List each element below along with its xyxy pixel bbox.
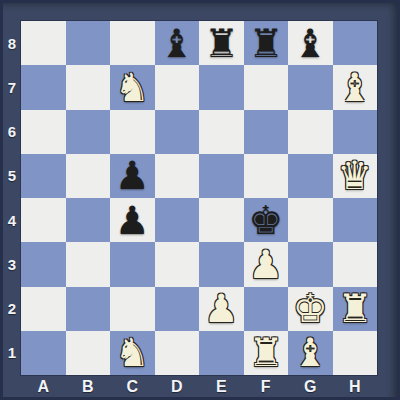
square-h5[interactable]: ♛ bbox=[333, 154, 378, 198]
square-a1[interactable] bbox=[21, 331, 66, 375]
square-f6[interactable] bbox=[244, 110, 289, 154]
square-h6[interactable] bbox=[333, 110, 378, 154]
rank-label-1: 1 bbox=[3, 331, 21, 375]
square-f4[interactable]: ♚ bbox=[244, 198, 289, 242]
rank-label-2: 2 bbox=[3, 287, 21, 331]
square-c6[interactable] bbox=[110, 110, 155, 154]
square-g7[interactable] bbox=[288, 65, 333, 109]
rank-labels: 87654321 bbox=[3, 21, 21, 375]
square-h1[interactable] bbox=[333, 331, 378, 375]
square-b5[interactable] bbox=[66, 154, 111, 198]
file-label-e: E bbox=[199, 375, 244, 398]
rank-label-5: 5 bbox=[3, 154, 21, 198]
square-a8[interactable] bbox=[21, 21, 66, 65]
piece-black-pawn[interactable]: ♟ bbox=[115, 201, 150, 240]
square-d4[interactable] bbox=[155, 198, 200, 242]
file-label-b: B bbox=[66, 375, 111, 398]
square-e3[interactable] bbox=[199, 242, 244, 286]
square-b1[interactable] bbox=[66, 331, 111, 375]
square-a5[interactable] bbox=[21, 154, 66, 198]
square-b4[interactable] bbox=[66, 198, 111, 242]
piece-black-bishop[interactable]: ♝ bbox=[293, 24, 328, 63]
square-f1[interactable]: ♜ bbox=[244, 331, 289, 375]
file-label-a: A bbox=[21, 375, 66, 398]
square-c5[interactable]: ♟ bbox=[110, 154, 155, 198]
square-g2[interactable]: ♚ bbox=[288, 287, 333, 331]
square-e2[interactable]: ♟ bbox=[199, 287, 244, 331]
piece-black-pawn[interactable]: ♟ bbox=[115, 156, 150, 195]
square-f5[interactable] bbox=[244, 154, 289, 198]
file-label-h: H bbox=[333, 375, 378, 398]
piece-white-bishop[interactable]: ♝ bbox=[337, 68, 372, 107]
square-b6[interactable] bbox=[66, 110, 111, 154]
square-a3[interactable] bbox=[21, 242, 66, 286]
square-g6[interactable] bbox=[288, 110, 333, 154]
rank-label-8: 8 bbox=[3, 21, 21, 65]
square-h4[interactable] bbox=[333, 198, 378, 242]
square-d2[interactable] bbox=[155, 287, 200, 331]
square-c1[interactable]: ♞ bbox=[110, 331, 155, 375]
square-a6[interactable] bbox=[21, 110, 66, 154]
piece-white-pawn[interactable]: ♟ bbox=[204, 289, 239, 328]
square-g8[interactable]: ♝ bbox=[288, 21, 333, 65]
square-d1[interactable] bbox=[155, 331, 200, 375]
piece-black-rook[interactable]: ♜ bbox=[204, 24, 239, 63]
square-h2[interactable]: ♜ bbox=[333, 287, 378, 331]
square-g5[interactable] bbox=[288, 154, 333, 198]
square-c7[interactable]: ♞ bbox=[110, 65, 155, 109]
square-c8[interactable] bbox=[110, 21, 155, 65]
square-b8[interactable] bbox=[66, 21, 111, 65]
square-a4[interactable] bbox=[21, 198, 66, 242]
piece-white-rook[interactable]: ♜ bbox=[248, 333, 283, 372]
square-e7[interactable] bbox=[199, 65, 244, 109]
piece-white-pawn[interactable]: ♟ bbox=[248, 245, 283, 284]
square-h7[interactable]: ♝ bbox=[333, 65, 378, 109]
square-c2[interactable] bbox=[110, 287, 155, 331]
square-d8[interactable]: ♝ bbox=[155, 21, 200, 65]
chess-board-frame: 87654321 ♝♜♜♝♞♝♟♛♟♚♟♟♚♜♞♜♝ ABCDEFGH bbox=[0, 0, 400, 400]
piece-white-queen[interactable]: ♛ bbox=[337, 156, 372, 195]
piece-black-bishop[interactable]: ♝ bbox=[159, 24, 194, 63]
piece-white-knight[interactable]: ♞ bbox=[115, 68, 150, 107]
square-d5[interactable] bbox=[155, 154, 200, 198]
square-a7[interactable] bbox=[21, 65, 66, 109]
square-b3[interactable] bbox=[66, 242, 111, 286]
rank-label-4: 4 bbox=[3, 198, 21, 242]
square-d6[interactable] bbox=[155, 110, 200, 154]
square-f7[interactable] bbox=[244, 65, 289, 109]
square-h8[interactable] bbox=[333, 21, 378, 65]
piece-white-knight[interactable]: ♞ bbox=[115, 333, 150, 372]
square-g1[interactable]: ♝ bbox=[288, 331, 333, 375]
rank-label-7: 7 bbox=[3, 65, 21, 109]
piece-white-king[interactable]: ♚ bbox=[293, 289, 328, 328]
square-f8[interactable]: ♜ bbox=[244, 21, 289, 65]
square-f2[interactable] bbox=[244, 287, 289, 331]
rank-label-3: 3 bbox=[3, 242, 21, 286]
square-c4[interactable]: ♟ bbox=[110, 198, 155, 242]
square-e5[interactable] bbox=[199, 154, 244, 198]
square-g4[interactable] bbox=[288, 198, 333, 242]
piece-black-king[interactable]: ♚ bbox=[248, 201, 283, 240]
rank-label-6: 6 bbox=[3, 110, 21, 154]
piece-black-rook[interactable]: ♜ bbox=[248, 24, 283, 63]
square-h3[interactable] bbox=[333, 242, 378, 286]
square-b7[interactable] bbox=[66, 65, 111, 109]
chess-board: ♝♜♜♝♞♝♟♛♟♚♟♟♚♜♞♜♝ bbox=[21, 21, 377, 375]
square-a2[interactable] bbox=[21, 287, 66, 331]
file-label-f: F bbox=[244, 375, 289, 398]
square-c3[interactable] bbox=[110, 242, 155, 286]
square-e8[interactable]: ♜ bbox=[199, 21, 244, 65]
square-e6[interactable] bbox=[199, 110, 244, 154]
square-e1[interactable] bbox=[199, 331, 244, 375]
square-d3[interactable] bbox=[155, 242, 200, 286]
square-e4[interactable] bbox=[199, 198, 244, 242]
square-d7[interactable] bbox=[155, 65, 200, 109]
file-label-c: C bbox=[110, 375, 155, 398]
file-label-g: G bbox=[288, 375, 333, 398]
file-label-d: D bbox=[155, 375, 200, 398]
square-g3[interactable] bbox=[288, 242, 333, 286]
piece-white-rook[interactable]: ♜ bbox=[337, 289, 372, 328]
piece-white-bishop[interactable]: ♝ bbox=[293, 333, 328, 372]
square-b2[interactable] bbox=[66, 287, 111, 331]
file-labels: ABCDEFGH bbox=[21, 375, 377, 398]
square-f3[interactable]: ♟ bbox=[244, 242, 289, 286]
